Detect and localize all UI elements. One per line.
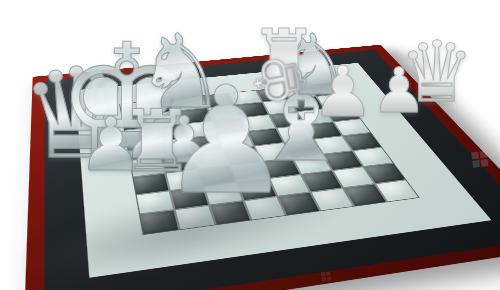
piece-frosted-queen[interactable]: ♛ — [399, 30, 474, 114]
piece-frosted-king-fallen[interactable]: ♚ — [243, 48, 311, 111]
scene: ♛♚♟♟♟♞♜♟♝♞♜♚♟♟♛ ❖ ❖ — [0, 0, 500, 290]
piece-frosted-pawn-1[interactable]: ♟ — [312, 57, 375, 127]
